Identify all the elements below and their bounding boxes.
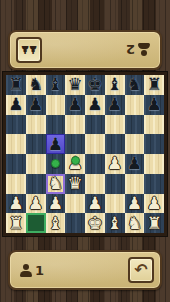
square-a1[interactable]: ♜ bbox=[6, 213, 26, 233]
square-h7[interactable]: ♟ bbox=[144, 95, 164, 115]
square-d7[interactable]: ♟ bbox=[65, 95, 85, 115]
player1-bar: 1 ↶ bbox=[8, 250, 162, 290]
square-g5[interactable] bbox=[125, 134, 145, 154]
person-icon bbox=[20, 264, 32, 277]
piece-black-queen: ♛ bbox=[68, 76, 83, 93]
piece-black-king: ♚ bbox=[87, 76, 102, 93]
square-g6[interactable] bbox=[125, 115, 145, 135]
square-a5[interactable] bbox=[6, 134, 26, 154]
piece-white-knight: ♞ bbox=[127, 215, 142, 232]
square-c3[interactable]: ♞ bbox=[46, 174, 66, 194]
piece-white-pawn: ♟ bbox=[87, 195, 102, 212]
square-g7[interactable] bbox=[125, 95, 145, 115]
square-e4[interactable] bbox=[85, 154, 105, 174]
piece-white-rook: ♜ bbox=[8, 215, 23, 232]
square-h3[interactable] bbox=[144, 174, 164, 194]
square-g8[interactable]: ♞ bbox=[125, 75, 145, 95]
square-a7[interactable]: ♟ bbox=[6, 95, 26, 115]
square-c7[interactable] bbox=[46, 95, 66, 115]
piece-white-king: ♚ bbox=[87, 215, 102, 232]
square-c6[interactable] bbox=[46, 115, 66, 135]
square-a3[interactable] bbox=[6, 174, 26, 194]
square-e1[interactable]: ♚ bbox=[85, 213, 105, 233]
undo-arrow-icon: ↶ bbox=[134, 262, 147, 278]
chess-board[interactable]: ♜♞♝♛♚♝♞♜♟♟♟♟♟♟♟♟♟♟♞♛♟♟♟♟♟♟♜♝♚♝♞♜ bbox=[3, 72, 167, 236]
square-f2[interactable] bbox=[105, 194, 125, 214]
square-e3[interactable] bbox=[85, 174, 105, 194]
player2-bar-rotated-content: 2 ♟♟ bbox=[16, 32, 154, 68]
square-b4[interactable] bbox=[26, 154, 46, 174]
square-a2[interactable]: ♟ bbox=[6, 194, 26, 214]
square-a4[interactable] bbox=[6, 154, 26, 174]
square-e2[interactable]: ♟ bbox=[85, 194, 105, 214]
square-b3[interactable] bbox=[26, 174, 46, 194]
square-c4[interactable] bbox=[46, 154, 66, 174]
square-b6[interactable] bbox=[26, 115, 46, 135]
square-b8[interactable]: ♞ bbox=[26, 75, 46, 95]
square-f5[interactable] bbox=[105, 134, 125, 154]
chess-app-screen: 2 ♟♟ ♜♞♝♛♚♝♞♜♟♟♟♟♟♟♟♟♟♟♞♛♟♟♟♟♟♟♜♝♚♝♞♜ 1 … bbox=[0, 0, 170, 302]
two-pawns-icon: ♟♟ bbox=[20, 45, 38, 56]
square-d3[interactable]: ♛ bbox=[65, 174, 85, 194]
move-hint-dot bbox=[51, 159, 60, 168]
player2-bar: 2 ♟♟ bbox=[8, 30, 162, 70]
square-d2[interactable] bbox=[65, 194, 85, 214]
square-b5[interactable] bbox=[26, 134, 46, 154]
piece-black-pawn: ♟ bbox=[8, 96, 23, 113]
piece-black-pawn: ♟ bbox=[28, 96, 43, 113]
square-c5[interactable]: ♟ bbox=[46, 134, 66, 154]
square-f7[interactable]: ♟ bbox=[105, 95, 125, 115]
piece-black-pawn: ♟ bbox=[87, 96, 102, 113]
square-c1[interactable]: ♝ bbox=[46, 213, 66, 233]
square-b2[interactable]: ♟ bbox=[26, 194, 46, 214]
piece-white-queen: ♛ bbox=[68, 175, 83, 192]
square-g1[interactable]: ♞ bbox=[125, 213, 145, 233]
square-f8[interactable]: ♝ bbox=[105, 75, 125, 95]
square-e6[interactable] bbox=[85, 115, 105, 135]
square-g3[interactable] bbox=[125, 174, 145, 194]
captured-pieces-button[interactable]: ♟♟ bbox=[16, 37, 42, 63]
square-h1[interactable]: ♜ bbox=[144, 213, 164, 233]
piece-white-rook: ♜ bbox=[147, 215, 162, 232]
piece-white-pawn: ♟ bbox=[28, 195, 43, 212]
square-h5[interactable] bbox=[144, 134, 164, 154]
piece-white-pawn: ♟ bbox=[147, 195, 162, 212]
piece-black-pawn: ♟ bbox=[107, 96, 122, 113]
square-f3[interactable] bbox=[105, 174, 125, 194]
piece-black-pawn: ♟ bbox=[48, 136, 63, 153]
square-f6[interactable] bbox=[105, 115, 125, 135]
square-f1[interactable]: ♝ bbox=[105, 213, 125, 233]
square-g2[interactable]: ♟ bbox=[125, 194, 145, 214]
square-d6[interactable] bbox=[65, 115, 85, 135]
piece-black-rook: ♜ bbox=[147, 76, 162, 93]
piece-black-bishop: ♝ bbox=[107, 76, 122, 93]
undo-button[interactable]: ↶ bbox=[128, 257, 154, 283]
piece-black-pawn: ♟ bbox=[127, 155, 142, 172]
square-c2[interactable]: ♟ bbox=[46, 194, 66, 214]
piece-black-rook: ♜ bbox=[8, 76, 23, 93]
piece-black-bishop: ♝ bbox=[48, 76, 63, 93]
square-c8[interactable]: ♝ bbox=[46, 75, 66, 95]
square-b7[interactable]: ♟ bbox=[26, 95, 46, 115]
piece-black-pawn: ♟ bbox=[68, 96, 83, 113]
square-d1[interactable] bbox=[65, 213, 85, 233]
square-e8[interactable]: ♚ bbox=[85, 75, 105, 95]
square-g4[interactable]: ♟ bbox=[125, 154, 145, 174]
square-b1[interactable] bbox=[26, 213, 46, 233]
square-a6[interactable] bbox=[6, 115, 26, 135]
square-h8[interactable]: ♜ bbox=[144, 75, 164, 95]
piece-black-knight: ♞ bbox=[28, 76, 43, 93]
square-e5[interactable] bbox=[85, 134, 105, 154]
square-f4[interactable]: ♟ bbox=[105, 154, 125, 174]
piece-black-pawn: ♟ bbox=[147, 96, 162, 113]
square-d5[interactable] bbox=[65, 134, 85, 154]
player1-number-label: 1 bbox=[35, 263, 44, 278]
piece-white-pawn: ♟ bbox=[127, 195, 142, 212]
square-h6[interactable] bbox=[144, 115, 164, 135]
piece-black-knight: ♞ bbox=[127, 76, 142, 93]
square-a8[interactable]: ♜ bbox=[6, 75, 26, 95]
player1-identity: 1 bbox=[16, 263, 48, 278]
piece-white-pawn: ♟ bbox=[8, 195, 23, 212]
piece-white-bishop: ♝ bbox=[107, 215, 122, 232]
square-d8[interactable]: ♛ bbox=[65, 75, 85, 95]
person-icon bbox=[138, 44, 150, 57]
piece-white-knight: ♞ bbox=[48, 175, 63, 192]
piece-white-pawn: ♟ bbox=[107, 155, 122, 172]
square-h4[interactable] bbox=[144, 154, 164, 174]
square-d4[interactable]: ♟ bbox=[65, 154, 85, 174]
piece-white-pawn: ♟ bbox=[48, 195, 63, 212]
player2-identity: 2 bbox=[122, 43, 154, 58]
player2-number-label: 2 bbox=[126, 43, 135, 58]
piece-white-bishop: ♝ bbox=[48, 215, 63, 232]
square-h2[interactable]: ♟ bbox=[144, 194, 164, 214]
capture-hint-dot bbox=[71, 156, 80, 165]
square-e7[interactable]: ♟ bbox=[85, 95, 105, 115]
